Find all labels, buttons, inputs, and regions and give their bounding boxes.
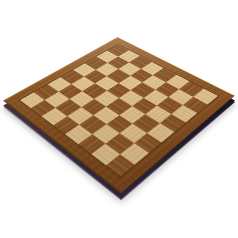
chessboard-photo [0, 0, 238, 238]
chessboard [3, 37, 235, 194]
board-grid [20, 45, 218, 177]
